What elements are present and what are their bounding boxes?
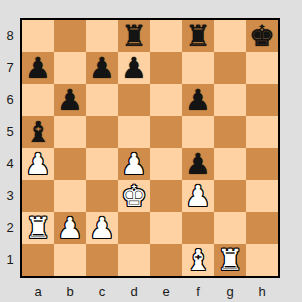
- square-g4[interactable]: [214, 148, 246, 180]
- rank-labels: 87654321: [0, 20, 20, 276]
- square-a4[interactable]: ♟: [22, 148, 54, 180]
- square-e7[interactable]: [150, 52, 182, 84]
- square-f6[interactable]: ♟: [182, 84, 214, 116]
- square-c7[interactable]: ♟: [86, 52, 118, 84]
- square-g6[interactable]: [214, 84, 246, 116]
- file-label-a: a: [22, 280, 54, 302]
- white-pawn-piece: ♟: [89, 212, 115, 244]
- rank-label-8: 8: [0, 20, 20, 52]
- square-b5[interactable]: [54, 116, 86, 148]
- square-g3[interactable]: [214, 180, 246, 212]
- square-e1[interactable]: [150, 244, 182, 276]
- square-b7[interactable]: [54, 52, 86, 84]
- square-h6[interactable]: [246, 84, 278, 116]
- square-d8[interactable]: ♜: [118, 20, 150, 52]
- square-d1[interactable]: [118, 244, 150, 276]
- square-e6[interactable]: [150, 84, 182, 116]
- square-c3[interactable]: [86, 180, 118, 212]
- file-label-g: g: [214, 280, 246, 302]
- rank-label-4: 4: [0, 148, 20, 180]
- rank-label-1: 1: [0, 244, 20, 276]
- square-a8[interactable]: [22, 20, 54, 52]
- square-b4[interactable]: [54, 148, 86, 180]
- rank-label-5: 5: [0, 116, 20, 148]
- square-h7[interactable]: [246, 52, 278, 84]
- square-e5[interactable]: [150, 116, 182, 148]
- chess-board: ♜♜♚♟♟♟♟♟♝♟♟♟♚♟♜♟♟♝♜: [20, 18, 280, 278]
- square-h4[interactable]: [246, 148, 278, 180]
- chess-diagram: 87654321 ♜♜♚♟♟♟♟♟♝♟♟♟♚♟♜♟♟♝♜ abcdefgh: [0, 0, 302, 302]
- square-a1[interactable]: [22, 244, 54, 276]
- square-h1[interactable]: [246, 244, 278, 276]
- square-f5[interactable]: [182, 116, 214, 148]
- square-a7[interactable]: ♟: [22, 52, 54, 84]
- square-h2[interactable]: [246, 212, 278, 244]
- square-f8[interactable]: ♜: [182, 20, 214, 52]
- white-king-piece: ♚: [121, 180, 147, 212]
- black-pawn-piece: ♟: [89, 52, 115, 84]
- white-pawn-piece: ♟: [25, 148, 51, 180]
- black-bishop-piece: ♝: [25, 116, 51, 148]
- square-d2[interactable]: [118, 212, 150, 244]
- white-pawn-piece: ♟: [185, 180, 211, 212]
- black-king-piece: ♚: [249, 20, 275, 52]
- file-label-b: b: [54, 280, 86, 302]
- black-rook-piece: ♜: [121, 20, 147, 52]
- square-b8[interactable]: [54, 20, 86, 52]
- square-c8[interactable]: [86, 20, 118, 52]
- square-e2[interactable]: [150, 212, 182, 244]
- white-bishop-piece: ♝: [185, 244, 211, 276]
- square-c2[interactable]: ♟: [86, 212, 118, 244]
- square-h8[interactable]: ♚: [246, 20, 278, 52]
- square-c5[interactable]: [86, 116, 118, 148]
- file-label-e: e: [150, 280, 182, 302]
- square-b1[interactable]: [54, 244, 86, 276]
- white-pawn-piece: ♟: [121, 148, 147, 180]
- rank-label-6: 6: [0, 84, 20, 116]
- square-f4[interactable]: ♟: [182, 148, 214, 180]
- rank-label-3: 3: [0, 180, 20, 212]
- file-label-d: d: [118, 280, 150, 302]
- square-d7[interactable]: ♟: [118, 52, 150, 84]
- black-pawn-piece: ♟: [185, 148, 211, 180]
- square-d5[interactable]: [118, 116, 150, 148]
- square-h5[interactable]: [246, 116, 278, 148]
- black-pawn-piece: ♟: [185, 84, 211, 116]
- file-labels: abcdefgh: [22, 280, 278, 302]
- file-label-c: c: [86, 280, 118, 302]
- square-c1[interactable]: [86, 244, 118, 276]
- square-c6[interactable]: [86, 84, 118, 116]
- square-b2[interactable]: ♟: [54, 212, 86, 244]
- square-g2[interactable]: [214, 212, 246, 244]
- white-rook-piece: ♜: [25, 212, 51, 244]
- square-e3[interactable]: [150, 180, 182, 212]
- square-d3[interactable]: ♚: [118, 180, 150, 212]
- square-c4[interactable]: [86, 148, 118, 180]
- square-g7[interactable]: [214, 52, 246, 84]
- square-f2[interactable]: [182, 212, 214, 244]
- file-label-f: f: [182, 280, 214, 302]
- square-g5[interactable]: [214, 116, 246, 148]
- square-g1[interactable]: ♜: [214, 244, 246, 276]
- square-d6[interactable]: [118, 84, 150, 116]
- square-d4[interactable]: ♟: [118, 148, 150, 180]
- square-f7[interactable]: [182, 52, 214, 84]
- square-b3[interactable]: [54, 180, 86, 212]
- rank-label-7: 7: [0, 52, 20, 84]
- square-a2[interactable]: ♜: [22, 212, 54, 244]
- square-a5[interactable]: ♝: [22, 116, 54, 148]
- square-a6[interactable]: [22, 84, 54, 116]
- black-pawn-piece: ♟: [25, 52, 51, 84]
- rank-label-2: 2: [0, 212, 20, 244]
- white-pawn-piece: ♟: [57, 212, 83, 244]
- white-rook-piece: ♜: [217, 244, 243, 276]
- square-g8[interactable]: [214, 20, 246, 52]
- square-b6[interactable]: ♟: [54, 84, 86, 116]
- square-f3[interactable]: ♟: [182, 180, 214, 212]
- black-pawn-piece: ♟: [121, 52, 147, 84]
- black-rook-piece: ♜: [185, 20, 211, 52]
- square-f1[interactable]: ♝: [182, 244, 214, 276]
- square-e8[interactable]: [150, 20, 182, 52]
- file-label-h: h: [246, 280, 278, 302]
- square-h3[interactable]: [246, 180, 278, 212]
- black-pawn-piece: ♟: [57, 84, 83, 116]
- square-e4[interactable]: [150, 148, 182, 180]
- square-a3[interactable]: [22, 180, 54, 212]
